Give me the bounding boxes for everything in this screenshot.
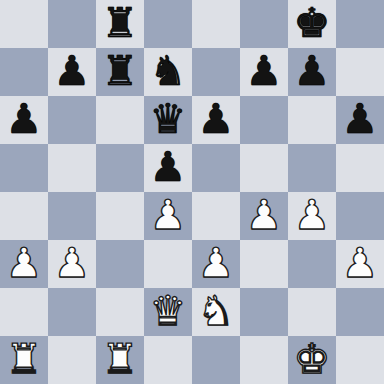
- square-c4[interactable]: [96, 192, 144, 240]
- black-pawn-piece[interactable]: ♟: [150, 147, 187, 188]
- square-c3[interactable]: [96, 240, 144, 288]
- square-c1[interactable]: ♜: [96, 336, 144, 384]
- square-h1[interactable]: [336, 336, 384, 384]
- square-d4[interactable]: ♟: [144, 192, 192, 240]
- square-f7[interactable]: ♟: [240, 48, 288, 96]
- square-b6[interactable]: [48, 96, 96, 144]
- white-pawn-piece[interactable]: ♟: [246, 195, 283, 236]
- black-pawn-piece[interactable]: ♟: [342, 99, 379, 140]
- square-g5[interactable]: [288, 144, 336, 192]
- square-g4[interactable]: ♟: [288, 192, 336, 240]
- square-b7[interactable]: ♟: [48, 48, 96, 96]
- chess-board: ♜♚♟♜♞♟♟♟♛♟♟♟♟♟♟♟♟♟♟♛♞♜♜♚: [0, 0, 384, 384]
- square-d6[interactable]: ♛: [144, 96, 192, 144]
- white-pawn-piece[interactable]: ♟: [198, 243, 235, 284]
- square-c5[interactable]: [96, 144, 144, 192]
- square-f2[interactable]: [240, 288, 288, 336]
- black-pawn-piece[interactable]: ♟: [6, 99, 43, 140]
- square-f8[interactable]: [240, 0, 288, 48]
- white-pawn-piece[interactable]: ♟: [150, 195, 187, 236]
- white-pawn-piece[interactable]: ♟: [54, 243, 91, 284]
- square-g6[interactable]: [288, 96, 336, 144]
- square-e4[interactable]: [192, 192, 240, 240]
- square-h4[interactable]: [336, 192, 384, 240]
- square-h3[interactable]: ♟: [336, 240, 384, 288]
- square-f5[interactable]: [240, 144, 288, 192]
- square-h7[interactable]: [336, 48, 384, 96]
- square-c7[interactable]: ♜: [96, 48, 144, 96]
- square-a2[interactable]: [0, 288, 48, 336]
- square-b3[interactable]: ♟: [48, 240, 96, 288]
- square-g8[interactable]: ♚: [288, 0, 336, 48]
- square-a7[interactable]: [0, 48, 48, 96]
- square-e8[interactable]: [192, 0, 240, 48]
- square-d8[interactable]: [144, 0, 192, 48]
- square-e7[interactable]: [192, 48, 240, 96]
- square-h8[interactable]: [336, 0, 384, 48]
- square-a3[interactable]: ♟: [0, 240, 48, 288]
- square-g1[interactable]: ♚: [288, 336, 336, 384]
- square-e3[interactable]: ♟: [192, 240, 240, 288]
- black-rook-piece[interactable]: ♜: [102, 51, 139, 92]
- black-king-piece[interactable]: ♚: [294, 3, 331, 44]
- square-h5[interactable]: [336, 144, 384, 192]
- square-f1[interactable]: [240, 336, 288, 384]
- black-queen-piece[interactable]: ♛: [150, 99, 187, 140]
- white-knight-piece[interactable]: ♞: [198, 291, 235, 332]
- square-g2[interactable]: [288, 288, 336, 336]
- square-h6[interactable]: ♟: [336, 96, 384, 144]
- square-f6[interactable]: [240, 96, 288, 144]
- square-e5[interactable]: [192, 144, 240, 192]
- white-pawn-piece[interactable]: ♟: [294, 195, 331, 236]
- white-pawn-piece[interactable]: ♟: [6, 243, 43, 284]
- white-queen-piece[interactable]: ♛: [150, 291, 187, 332]
- black-knight-piece[interactable]: ♞: [150, 51, 187, 92]
- square-b4[interactable]: [48, 192, 96, 240]
- square-e6[interactable]: ♟: [192, 96, 240, 144]
- square-g3[interactable]: [288, 240, 336, 288]
- square-g7[interactable]: ♟: [288, 48, 336, 96]
- black-pawn-piece[interactable]: ♟: [246, 51, 283, 92]
- square-b1[interactable]: [48, 336, 96, 384]
- white-pawn-piece[interactable]: ♟: [342, 243, 379, 284]
- square-c2[interactable]: [96, 288, 144, 336]
- square-f3[interactable]: [240, 240, 288, 288]
- black-pawn-piece[interactable]: ♟: [294, 51, 331, 92]
- black-rook-piece[interactable]: ♜: [102, 3, 139, 44]
- square-f4[interactable]: ♟: [240, 192, 288, 240]
- square-c6[interactable]: [96, 96, 144, 144]
- white-rook-piece[interactable]: ♜: [102, 339, 139, 380]
- square-d3[interactable]: [144, 240, 192, 288]
- square-d7[interactable]: ♞: [144, 48, 192, 96]
- square-a4[interactable]: [0, 192, 48, 240]
- square-d2[interactable]: ♛: [144, 288, 192, 336]
- square-d1[interactable]: [144, 336, 192, 384]
- square-a8[interactable]: [0, 0, 48, 48]
- square-e1[interactable]: [192, 336, 240, 384]
- square-e2[interactable]: ♞: [192, 288, 240, 336]
- black-pawn-piece[interactable]: ♟: [198, 99, 235, 140]
- square-b8[interactable]: [48, 0, 96, 48]
- square-b2[interactable]: [48, 288, 96, 336]
- square-b5[interactable]: [48, 144, 96, 192]
- square-a1[interactable]: ♜: [0, 336, 48, 384]
- white-rook-piece[interactable]: ♜: [6, 339, 43, 380]
- square-h2[interactable]: [336, 288, 384, 336]
- square-a6[interactable]: ♟: [0, 96, 48, 144]
- square-d5[interactable]: ♟: [144, 144, 192, 192]
- black-pawn-piece[interactable]: ♟: [54, 51, 91, 92]
- square-a5[interactable]: [0, 144, 48, 192]
- white-king-piece[interactable]: ♚: [294, 339, 331, 380]
- square-c8[interactable]: ♜: [96, 0, 144, 48]
